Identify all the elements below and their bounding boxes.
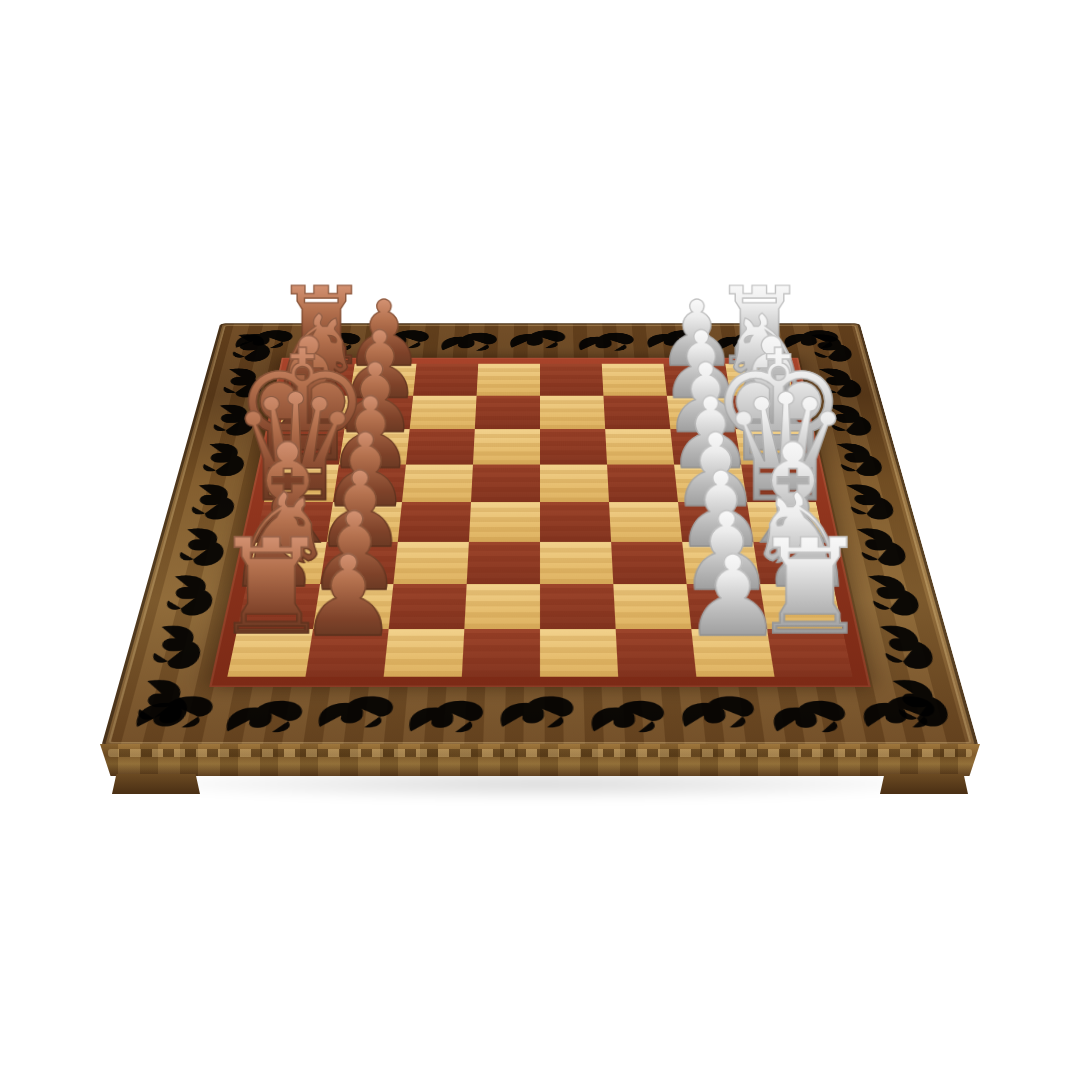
square-d4 (540, 502, 611, 542)
square-g4 (540, 396, 605, 429)
square-g5 (475, 396, 540, 429)
square-e6 (402, 465, 473, 502)
square-a4 (540, 629, 618, 677)
square-g3 (603, 396, 670, 429)
square-c5 (467, 542, 540, 584)
square-c4 (540, 542, 613, 584)
square-h6 (413, 364, 478, 396)
board-foot-right (880, 774, 968, 794)
board-front-face (100, 744, 980, 776)
square-g6 (410, 396, 477, 429)
square-f4 (540, 429, 607, 464)
square-f3 (605, 429, 674, 464)
perspective-scene: ♜♞♝♚♛♝♞♜♟♟♟♟♟♟♟♟♟♟♟♟♟♟♟♟♜♞♝♚♛♝♞♜ (0, 0, 1080, 1080)
board-foot-left (112, 774, 200, 794)
product-photo-stage: ♜♞♝♚♛♝♞♜♟♟♟♟♟♟♟♟♟♟♟♟♟♟♟♟♜♞♝♚♛♝♞♜ (0, 0, 1080, 1080)
chess-board: ♜♞♝♚♛♝♞♜♟♟♟♟♟♟♟♟♟♟♟♟♟♟♟♟♜♞♝♚♛♝♞♜ (101, 323, 979, 747)
square-d5 (469, 502, 540, 542)
square-e4 (540, 465, 609, 502)
front-molding-carving (108, 749, 972, 757)
square-h3 (602, 364, 667, 396)
square-a5 (462, 629, 540, 677)
square-e3 (607, 465, 678, 502)
square-f5 (473, 429, 540, 464)
square-h4 (540, 364, 603, 396)
square-e5 (471, 465, 540, 502)
square-f6 (406, 429, 475, 464)
square-h5 (477, 364, 540, 396)
